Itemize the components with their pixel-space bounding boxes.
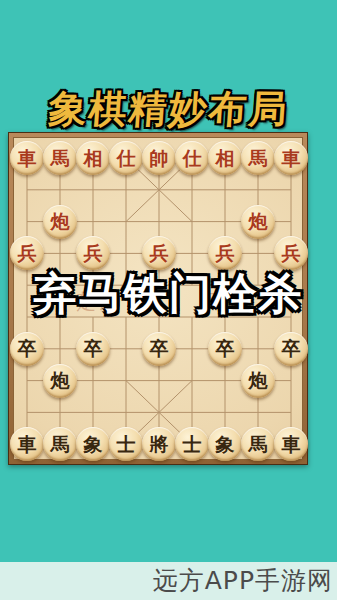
piece-black-f1-r7[interactable]: 卒 xyxy=(10,332,44,366)
piece-black-f9-r7[interactable]: 卒 xyxy=(274,332,308,366)
piece-black-f6-r10[interactable]: 士 xyxy=(175,427,209,461)
piece-red-f3-r1[interactable]: 相 xyxy=(76,141,110,175)
piece-black-f8-r8[interactable]: 炮 xyxy=(241,364,275,398)
piece-black-f5-r10[interactable]: 將 xyxy=(142,427,176,461)
piece-black-f7-r10[interactable]: 象 xyxy=(208,427,242,461)
watermark-text: 远方APP手游网 xyxy=(0,562,337,600)
screenshot-root: 象棋精妙布局 楚河 汉界 車馬相仕帥仕相馬車炮炮兵兵兵兵兵卒卒卒卒卒炮炮車馬象士… xyxy=(0,0,337,600)
piece-black-f4-r10[interactable]: 士 xyxy=(109,427,143,461)
piece-red-f6-r1[interactable]: 仕 xyxy=(175,141,209,175)
piece-red-f1-r1[interactable]: 車 xyxy=(10,141,44,175)
piece-black-f3-r7[interactable]: 卒 xyxy=(76,332,110,366)
piece-red-f7-r1[interactable]: 相 xyxy=(208,141,242,175)
piece-black-f2-r10[interactable]: 馬 xyxy=(43,427,77,461)
piece-red-f5-r1[interactable]: 帥 xyxy=(142,141,176,175)
piece-red-f2-r3[interactable]: 炮 xyxy=(43,205,77,239)
piece-black-f5-r7[interactable]: 卒 xyxy=(142,332,176,366)
piece-red-f2-r1[interactable]: 馬 xyxy=(43,141,77,175)
piece-black-f8-r10[interactable]: 馬 xyxy=(241,427,275,461)
piece-black-f7-r7[interactable]: 卒 xyxy=(208,332,242,366)
piece-black-f3-r10[interactable]: 象 xyxy=(76,427,110,461)
page-title: 象棋精妙布局 xyxy=(0,84,337,135)
puzzle-name-banner: 弃马铁门栓杀 xyxy=(0,265,337,323)
piece-red-f8-r1[interactable]: 馬 xyxy=(241,141,275,175)
piece-red-f4-r1[interactable]: 仕 xyxy=(109,141,143,175)
piece-red-f9-r1[interactable]: 車 xyxy=(274,141,308,175)
watermark-bar: 远方APP手游网 xyxy=(0,562,337,600)
piece-red-f8-r3[interactable]: 炮 xyxy=(241,205,275,239)
piece-black-f1-r10[interactable]: 車 xyxy=(10,427,44,461)
piece-black-f2-r8[interactable]: 炮 xyxy=(43,364,77,398)
piece-black-f9-r10[interactable]: 車 xyxy=(274,427,308,461)
